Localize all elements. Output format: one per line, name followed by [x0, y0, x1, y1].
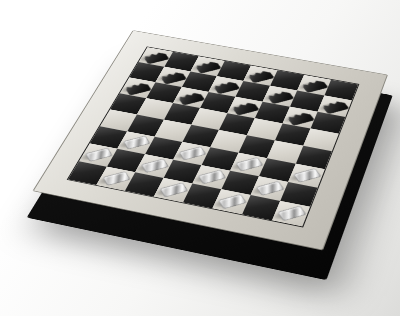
checkers-board [32, 30, 387, 250]
square-h1[interactable] [272, 201, 310, 227]
board-grid [68, 47, 358, 226]
product-photo [0, 0, 400, 316]
